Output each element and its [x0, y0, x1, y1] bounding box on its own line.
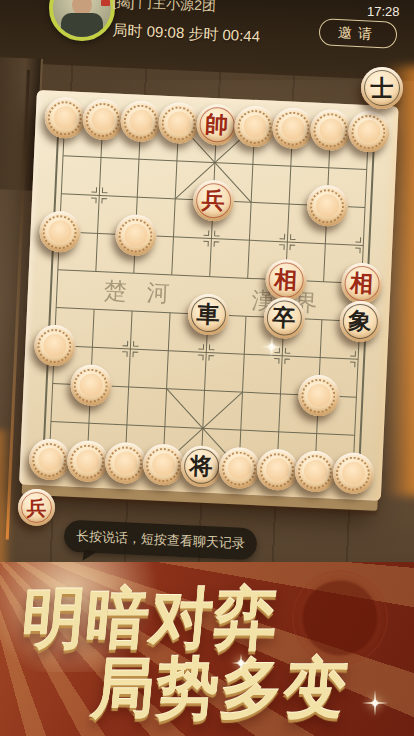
game-screen: [揭] 门主小源2团 局时 09:08 步时 00:44 17:28 邀请 楚 …	[0, 0, 414, 736]
xiangqi-board[interactable]: 楚 河 漢 界 帥兵相相車卒象将	[19, 90, 399, 501]
invite-button[interactable]: 邀请	[318, 18, 397, 49]
sparkle-icon	[232, 654, 250, 672]
captured-piece-bottom-left: 兵	[18, 489, 55, 526]
river-label-left: 楚 河	[103, 278, 177, 306]
cursor-sparkle-icon	[261, 336, 282, 357]
room-badge-icon	[101, 0, 110, 6]
piece-B士[interactable]: 士	[361, 67, 403, 109]
banner-headline-2: 局势多变	[88, 644, 352, 733]
sparkle-icon	[362, 690, 388, 716]
status-clock: 17:28	[367, 4, 400, 19]
promo-banner[interactable]: 明暗对弈 局势多变	[0, 562, 414, 736]
left-edge-glow	[0, 430, 12, 570]
piece-R兵[interactable]: 兵	[18, 489, 55, 526]
captured-piece-top-right: 士	[361, 67, 403, 109]
